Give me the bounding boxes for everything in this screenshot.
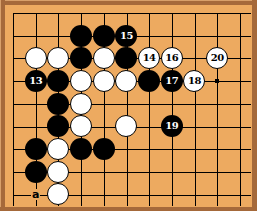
- board-point: [2, 138, 25, 161]
- board-point: 20: [206, 47, 229, 70]
- board-point: [160, 183, 183, 206]
- board-point: [24, 92, 47, 115]
- board-point: [206, 2, 229, 25]
- board-point: [229, 47, 252, 70]
- board-point: [70, 92, 93, 115]
- board-point: [138, 183, 161, 206]
- board-point: [70, 115, 93, 138]
- black-stone: [47, 93, 69, 115]
- white-stone: 14: [138, 47, 160, 69]
- white-stone: [47, 138, 69, 160]
- board-point: [92, 47, 115, 70]
- board-point: [206, 138, 229, 161]
- board-point: 14: [138, 47, 161, 70]
- board-point: 18: [183, 70, 206, 93]
- board-point: [160, 24, 183, 47]
- move-number: 18: [188, 76, 201, 86]
- move-number: 19: [165, 121, 178, 131]
- board-point: [92, 24, 115, 47]
- board-point: [24, 2, 47, 25]
- board-point: [47, 160, 70, 183]
- board-point: [92, 138, 115, 161]
- white-stone: [47, 161, 69, 183]
- board-point: [229, 70, 252, 93]
- board-point: [160, 2, 183, 25]
- board-point: [47, 2, 70, 25]
- board-point: [2, 115, 25, 138]
- white-stone: [70, 70, 92, 92]
- point-label-a: a: [31, 189, 40, 200]
- board-point: [138, 115, 161, 138]
- black-stone: 13: [25, 70, 47, 92]
- board-point: [115, 160, 138, 183]
- board-point: [229, 115, 252, 138]
- black-stone: [47, 115, 69, 137]
- board-point: [229, 24, 252, 47]
- board-point: [47, 115, 70, 138]
- board-point: 19: [160, 115, 183, 138]
- black-stone: 19: [161, 115, 183, 137]
- board-point: [183, 138, 206, 161]
- go-board-diagram: 1514162013171819a: [0, 0, 257, 211]
- board-point: [2, 2, 25, 25]
- board-point: [160, 138, 183, 161]
- black-stone: [93, 25, 115, 47]
- move-number: 20: [211, 53, 224, 63]
- board-point: [70, 47, 93, 70]
- board-point: [47, 92, 70, 115]
- board-point: [2, 92, 25, 115]
- board-point: [115, 183, 138, 206]
- board-frame-right: [252, 0, 257, 211]
- white-stone: [47, 47, 69, 69]
- board-point: [92, 160, 115, 183]
- board-point: 15: [115, 24, 138, 47]
- board-frame-top: [0, 0, 257, 5]
- board-point: a: [24, 183, 47, 206]
- black-stone: [70, 138, 92, 160]
- board-point: [92, 183, 115, 206]
- board-point: [2, 160, 25, 183]
- black-stone: 15: [115, 25, 137, 47]
- board-point: [24, 115, 47, 138]
- board-point: [229, 183, 252, 206]
- board-point: [47, 70, 70, 93]
- move-number: 15: [120, 31, 133, 41]
- white-stone: 16: [161, 47, 183, 69]
- board-point: [47, 183, 70, 206]
- board-point: [47, 47, 70, 70]
- move-number: 16: [165, 53, 178, 63]
- board-point: [24, 138, 47, 161]
- move-number: 17: [165, 76, 178, 86]
- board-point: [183, 2, 206, 25]
- board-point: [92, 92, 115, 115]
- white-stone: 18: [183, 70, 205, 92]
- board-point: [92, 70, 115, 93]
- board-point: [2, 24, 25, 47]
- board-point: [160, 92, 183, 115]
- board-point: [115, 138, 138, 161]
- board-point: [229, 92, 252, 115]
- black-stone: [70, 47, 92, 69]
- board-point: [206, 24, 229, 47]
- board-point: [70, 183, 93, 206]
- board-point: [115, 2, 138, 25]
- board-point: [206, 70, 229, 93]
- white-stone: [115, 115, 137, 137]
- board-point: [160, 160, 183, 183]
- white-stone: 20: [206, 47, 228, 69]
- board-point: [138, 70, 161, 93]
- board-point: [115, 115, 138, 138]
- board-point: [183, 115, 206, 138]
- board-point: [115, 92, 138, 115]
- white-stone: [93, 70, 115, 92]
- board-point: [47, 24, 70, 47]
- board-point: [24, 24, 47, 47]
- board-point: [229, 160, 252, 183]
- board-point: [206, 160, 229, 183]
- white-stone: [70, 93, 92, 115]
- board-point: [206, 92, 229, 115]
- board-point: [2, 183, 25, 206]
- white-stone: [93, 47, 115, 69]
- board-point: [47, 138, 70, 161]
- board-point: 13: [24, 70, 47, 93]
- board-point: [183, 160, 206, 183]
- black-stone: [25, 138, 47, 160]
- board-point: [115, 70, 138, 93]
- board-point: [183, 24, 206, 47]
- black-stone: [70, 25, 92, 47]
- board-point: [138, 2, 161, 25]
- go-board-grid: 1514162013171819a: [2, 2, 252, 206]
- black-stone: 17: [161, 70, 183, 92]
- board-point: [183, 183, 206, 206]
- white-stone: [70, 115, 92, 137]
- board-point: [138, 160, 161, 183]
- board-point: [183, 47, 206, 70]
- board-point: [229, 138, 252, 161]
- star-point-marker: [215, 79, 219, 83]
- board-point: [24, 47, 47, 70]
- board-point: [206, 183, 229, 206]
- board-point: [70, 138, 93, 161]
- board-point: [92, 2, 115, 25]
- board-point: [24, 160, 47, 183]
- move-number: 14: [143, 53, 156, 63]
- black-stone: [93, 138, 115, 160]
- board-point: [206, 115, 229, 138]
- black-stone: [47, 70, 69, 92]
- black-stone: [138, 70, 160, 92]
- board-point: [115, 47, 138, 70]
- move-number: 13: [29, 76, 42, 86]
- board-frame-left: [0, 0, 5, 211]
- board-point: [70, 2, 93, 25]
- board-point: [2, 70, 25, 93]
- board-point: [183, 92, 206, 115]
- board-point: [70, 24, 93, 47]
- white-stone: [47, 183, 69, 205]
- white-stone: [25, 47, 47, 69]
- white-stone: [115, 70, 137, 92]
- board-point: [138, 138, 161, 161]
- black-stone: [115, 47, 137, 69]
- board-frame-bottom: [0, 207, 257, 211]
- board-point: [229, 2, 252, 25]
- board-point: 17: [160, 70, 183, 93]
- board-point: [138, 24, 161, 47]
- board-point: [70, 70, 93, 93]
- board-point: [2, 47, 25, 70]
- black-stone: [25, 161, 47, 183]
- board-point: 16: [160, 47, 183, 70]
- board-point: [92, 115, 115, 138]
- board-point: [70, 160, 93, 183]
- board-point: [138, 92, 161, 115]
